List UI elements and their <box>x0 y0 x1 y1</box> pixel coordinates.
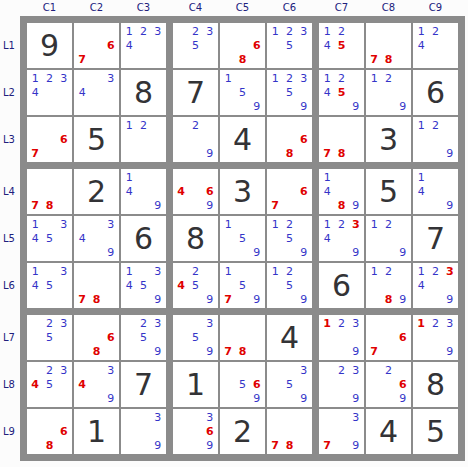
cell-L1C1[interactable]: 9 <box>27 23 72 68</box>
cell-L4C6[interactable]: 67 <box>267 169 312 214</box>
candidate-empty <box>268 118 282 132</box>
candidate-empty <box>334 392 348 406</box>
candidate-empty <box>75 392 89 406</box>
cell-L1C2[interactable]: 67 <box>74 23 119 68</box>
candidate-empty <box>136 38 150 52</box>
cell-L5C3[interactable]: 6 <box>121 216 166 261</box>
cell-L3C8[interactable]: 3 <box>366 117 411 162</box>
candidate-empty <box>188 199 202 213</box>
candidate-empty <box>297 424 311 438</box>
candidate-grid: 67 <box>28 118 71 161</box>
candidate-empty <box>250 217 264 231</box>
candidate-empty <box>349 71 363 85</box>
cell-L9C7[interactable]: 379 <box>319 409 364 454</box>
row-label-L8: L8 <box>0 362 20 407</box>
candidate-empty <box>282 246 296 260</box>
candidate-empty <box>57 100 71 114</box>
candidate-grid: 369 <box>174 410 217 453</box>
cell-L9C5[interactable]: 2 <box>220 409 265 454</box>
cell-L9C9[interactable]: 5 <box>413 409 458 454</box>
row-label-group: L4L5L6 <box>0 169 20 308</box>
candidate-9: 9 <box>104 392 118 406</box>
candidate-7: 7 <box>367 345 381 359</box>
cell-L1C6[interactable]: 1235 <box>267 23 312 68</box>
cell-L7C7[interactable]: 1239 <box>319 315 364 360</box>
cell-L7C9[interactable]: 1239 <box>413 315 458 360</box>
cell-L7C4[interactable]: 359 <box>173 315 218 360</box>
candidate-empty <box>151 38 165 52</box>
candidate-3: 3 <box>104 71 118 85</box>
cell-L9C6[interactable]: 78 <box>267 409 312 454</box>
candidate-empty <box>57 246 71 260</box>
candidate-empty <box>221 377 235 391</box>
cell-L4C9[interactable]: 149 <box>413 169 458 214</box>
candidate-grid: 1259 <box>268 264 311 307</box>
solved-digit: 5 <box>366 169 411 214</box>
candidate-2: 2 <box>282 264 296 278</box>
candidate-1: 1 <box>320 170 334 184</box>
candidate-empty <box>28 170 42 184</box>
candidate-empty <box>268 53 282 67</box>
solved-digit: 6 <box>413 70 458 115</box>
candidate-grid: 2345 <box>28 363 71 406</box>
candidate-empty <box>89 71 103 85</box>
candidate-empty <box>188 147 202 161</box>
candidate-grid: 1489 <box>320 170 363 213</box>
cell-L4C8[interactable]: 5 <box>366 169 411 214</box>
candidate-empty <box>151 278 165 292</box>
candidate-empty <box>28 118 42 132</box>
candidate-empty <box>250 363 264 377</box>
candidate-empty <box>151 118 165 132</box>
candidate-9: 9 <box>151 199 165 213</box>
candidate-empty <box>320 392 334 406</box>
cell-L1C7[interactable]: 1245 <box>319 23 364 68</box>
candidate-5: 5 <box>42 377 56 391</box>
candidate-empty <box>250 231 264 245</box>
solved-digit: 4 <box>366 409 411 454</box>
candidate-9: 9 <box>443 345 457 359</box>
cell-L6C4[interactable]: 2459 <box>173 263 218 308</box>
solved-digit: 5 <box>74 117 119 162</box>
box-6: 148951491234912976128912349 <box>319 169 458 308</box>
candidate-empty <box>443 24 457 38</box>
candidate-empty <box>268 132 282 146</box>
cell-L6C5[interactable]: 1579 <box>220 263 265 308</box>
candidate-empty <box>136 184 150 198</box>
candidate-empty <box>203 170 217 184</box>
candidate-3: 3 <box>57 264 71 278</box>
candidate-empty <box>320 424 334 438</box>
candidate-empty <box>42 184 56 198</box>
cell-L3C3[interactable]: 12 <box>121 117 166 162</box>
candidate-empty <box>320 377 334 391</box>
candidate-empty <box>42 264 56 278</box>
solved-digit: 7 <box>173 70 218 115</box>
cell-L8C7[interactable]: 239 <box>319 362 364 407</box>
candidate-empty <box>188 184 202 198</box>
candidate-empty <box>57 118 71 132</box>
candidate-2: 2 <box>188 24 202 38</box>
candidate-empty <box>396 345 410 359</box>
candidate-5: 5 <box>282 38 296 52</box>
candidate-empty <box>381 377 395 391</box>
candidate-empty <box>28 363 42 377</box>
candidate-empty <box>428 170 442 184</box>
cell-L8C1[interactable]: 2345 <box>27 362 72 407</box>
cell-L8C6[interactable]: 359 <box>267 362 312 407</box>
candidate-empty <box>89 217 103 231</box>
cell-L2C6[interactable]: 12359 <box>267 70 312 115</box>
candidate-empty <box>221 231 235 245</box>
candidate-empty <box>282 363 296 377</box>
candidate-empty <box>235 316 249 330</box>
row-label-L6: L6 <box>0 263 20 308</box>
candidate-9: 9 <box>396 100 410 114</box>
candidate-empty <box>89 231 103 245</box>
candidate-1: 1 <box>221 71 235 85</box>
cell-L2C5[interactable]: 159 <box>220 70 265 115</box>
candidate-empty <box>28 330 42 344</box>
candidate-empty <box>282 424 296 438</box>
candidate-empty <box>203 38 217 52</box>
candidate-empty <box>28 439 42 453</box>
cell-L5C4[interactable]: 8 <box>173 216 218 261</box>
cell-L7C8[interactable]: 67 <box>366 315 411 360</box>
column-label-C7: C7 <box>319 1 364 15</box>
row-label-group: L1L2L3 <box>0 23 20 162</box>
candidate-empty <box>235 246 249 260</box>
candidate-9: 9 <box>297 293 311 307</box>
candidate-empty <box>28 132 42 146</box>
candidate-grid: 129 <box>367 217 410 260</box>
candidate-1: 1 <box>367 264 381 278</box>
candidate-empty <box>42 118 56 132</box>
cell-L5C2[interactable]: 349 <box>74 216 119 261</box>
candidate-empty <box>443 278 457 292</box>
solved-digit: 4 <box>267 315 312 360</box>
cell-L5C8[interactable]: 129 <box>366 216 411 261</box>
cell-L6C7[interactable]: 6 <box>319 263 364 308</box>
candidate-empty <box>151 424 165 438</box>
candidate-5: 5 <box>136 330 150 344</box>
candidate-8: 8 <box>381 293 395 307</box>
candidate-empty <box>320 330 334 344</box>
cell-L1C4[interactable]: 235 <box>173 23 218 68</box>
cell-L8C9[interactable]: 8 <box>413 362 458 407</box>
candidate-empty <box>396 217 410 231</box>
cell-L4C3[interactable]: 149 <box>121 169 166 214</box>
cell-L1C3[interactable]: 1234 <box>121 23 166 68</box>
candidate-empty <box>203 132 217 146</box>
cell-L8C5[interactable]: 569 <box>220 362 265 407</box>
candidate-4: 4 <box>320 184 334 198</box>
candidate-empty <box>349 424 363 438</box>
candidate-empty <box>297 377 311 391</box>
candidate-empty <box>381 38 395 52</box>
candidate-empty <box>235 330 249 344</box>
cell-L5C1[interactable]: 1345 <box>27 216 72 261</box>
candidate-4: 4 <box>28 377 42 391</box>
candidate-empty <box>221 53 235 67</box>
candidate-empty <box>104 278 118 292</box>
candidate-3: 3 <box>203 24 217 38</box>
candidate-empty <box>188 293 202 307</box>
candidate-empty <box>282 392 296 406</box>
candidate-2: 2 <box>188 264 202 278</box>
cell-L3C4[interactable]: 29 <box>173 117 218 162</box>
column-label-group: C1C2C3 <box>27 1 166 15</box>
candidate-empty <box>57 170 71 184</box>
candidate-empty <box>443 132 457 146</box>
candidate-empty <box>250 71 264 85</box>
candidate-grid: 12349 <box>414 264 457 307</box>
cell-L2C1[interactable]: 1234 <box>27 70 72 115</box>
cell-L1C8[interactable]: 78 <box>366 23 411 68</box>
candidate-empty <box>89 100 103 114</box>
candidate-empty <box>75 345 89 359</box>
column-label-C2: C2 <box>74 1 119 15</box>
candidate-empty <box>136 199 150 213</box>
candidate-empty <box>334 118 348 132</box>
candidate-3: 3 <box>349 217 363 231</box>
candidate-9: 9 <box>203 345 217 359</box>
candidate-empty <box>42 147 56 161</box>
candidate-7: 7 <box>28 199 42 213</box>
candidate-empty <box>136 264 150 278</box>
cell-L4C4[interactable]: 469 <box>173 169 218 214</box>
cell-L2C2[interactable]: 34 <box>74 70 119 115</box>
candidate-empty <box>221 100 235 114</box>
candidate-grid: 29 <box>174 118 217 161</box>
cell-L5C7[interactable]: 12349 <box>319 216 364 261</box>
candidate-empty <box>297 264 311 278</box>
candidate-empty <box>381 24 395 38</box>
candidate-5: 5 <box>188 278 202 292</box>
candidate-empty <box>367 231 381 245</box>
candidate-6: 6 <box>57 424 71 438</box>
candidate-1: 1 <box>414 316 428 330</box>
cell-L9C2[interactable]: 1 <box>74 409 119 454</box>
cell-L3C2[interactable]: 5 <box>74 117 119 162</box>
solved-digit: 2 <box>220 409 265 454</box>
cell-L7C5[interactable]: 78 <box>220 315 265 360</box>
cell-L8C3[interactable]: 7 <box>121 362 166 407</box>
candidate-2: 2 <box>381 363 395 377</box>
cell-L2C9[interactable]: 6 <box>413 70 458 115</box>
candidate-empty <box>268 246 282 260</box>
candidate-1: 1 <box>268 24 282 38</box>
candidate-empty <box>349 330 363 344</box>
candidate-9: 9 <box>203 199 217 213</box>
cell-L4C1[interactable]: 78 <box>27 169 72 214</box>
candidate-grid: 2459 <box>174 264 217 307</box>
candidate-empty <box>381 345 395 359</box>
cell-L6C8[interactable]: 1289 <box>366 263 411 308</box>
candidate-9: 9 <box>250 246 264 260</box>
candidate-grid: 68 <box>268 118 311 161</box>
candidate-empty <box>188 316 202 330</box>
candidate-empty <box>89 38 103 52</box>
candidate-2: 2 <box>334 316 348 330</box>
solved-digit: 8 <box>173 216 218 261</box>
candidate-1: 1 <box>414 170 428 184</box>
candidate-empty <box>174 24 188 38</box>
cell-L2C3[interactable]: 8 <box>121 70 166 115</box>
row-label-L5: L5 <box>0 216 20 261</box>
candidate-2: 2 <box>282 24 296 38</box>
candidate-empty <box>136 132 150 146</box>
candidate-grid: 12459 <box>320 71 363 114</box>
candidate-empty <box>428 147 442 161</box>
candidate-empty <box>75 264 89 278</box>
candidate-empty <box>235 363 249 377</box>
candidate-5: 5 <box>42 231 56 245</box>
cell-L8C2[interactable]: 349 <box>74 362 119 407</box>
column-label-C1: C1 <box>27 1 72 15</box>
candidate-empty <box>414 132 428 146</box>
candidate-empty <box>320 118 334 132</box>
candidate-3: 3 <box>151 316 165 330</box>
candidate-4: 4 <box>320 38 334 52</box>
cell-L6C9[interactable]: 12349 <box>413 263 458 308</box>
candidate-empty <box>174 330 188 344</box>
candidate-1: 1 <box>268 264 282 278</box>
candidate-empty <box>268 424 282 438</box>
cell-L8C8[interactable]: 269 <box>366 362 411 407</box>
candidate-4: 4 <box>75 85 89 99</box>
candidate-empty <box>443 170 457 184</box>
cell-L1C5[interactable]: 68 <box>220 23 265 68</box>
cell-L3C9[interactable]: 129 <box>413 117 458 162</box>
candidate-empty <box>297 85 311 99</box>
candidate-empty <box>268 293 282 307</box>
candidate-empty <box>174 345 188 359</box>
candidate-empty <box>42 410 56 424</box>
candidate-grid: 68 <box>221 24 264 67</box>
cell-L7C1[interactable]: 235 <box>27 315 72 360</box>
candidate-8: 8 <box>282 147 296 161</box>
cell-L2C7[interactable]: 12459 <box>319 70 364 115</box>
candidate-empty <box>443 330 457 344</box>
cell-L9C3[interactable]: 39 <box>121 409 166 454</box>
solved-digit: 5 <box>413 409 458 454</box>
candidate-empty <box>381 330 395 344</box>
candidate-empty <box>443 53 457 67</box>
candidate-empty <box>320 246 334 260</box>
candidate-4: 4 <box>414 38 428 52</box>
candidate-empty <box>174 439 188 453</box>
cell-L3C6[interactable]: 68 <box>267 117 312 162</box>
candidate-grid: 129 <box>414 118 457 161</box>
candidate-9: 9 <box>349 199 363 213</box>
candidate-empty <box>174 147 188 161</box>
cell-L3C1[interactable]: 67 <box>27 117 72 162</box>
cell-L4C5[interactable]: 3 <box>220 169 265 214</box>
cell-L7C3[interactable]: 2359 <box>121 315 166 360</box>
cell-L2C8[interactable]: 129 <box>366 70 411 115</box>
cell-L8C4[interactable]: 1 <box>173 362 218 407</box>
candidate-grid: 78 <box>28 170 71 213</box>
candidate-empty <box>349 85 363 99</box>
candidate-empty <box>203 118 217 132</box>
candidate-empty <box>396 24 410 38</box>
cell-L5C5[interactable]: 159 <box>220 216 265 261</box>
candidate-9: 9 <box>250 293 264 307</box>
candidate-6: 6 <box>203 184 217 198</box>
candidate-1: 1 <box>122 118 136 132</box>
candidate-2: 2 <box>381 264 395 278</box>
candidate-empty <box>428 293 442 307</box>
candidate-empty <box>104 345 118 359</box>
candidate-empty <box>104 53 118 67</box>
candidate-empty <box>151 147 165 161</box>
row-label-L1: L1 <box>0 23 20 68</box>
cell-L6C3[interactable]: 13459 <box>121 263 166 308</box>
candidate-1: 1 <box>122 24 136 38</box>
row-label-L4: L4 <box>0 169 20 214</box>
candidate-empty <box>268 363 282 377</box>
candidate-grid: 235 <box>28 316 71 359</box>
candidate-1: 1 <box>268 71 282 85</box>
candidate-8: 8 <box>334 147 348 161</box>
cell-L9C4[interactable]: 369 <box>173 409 218 454</box>
candidate-empty <box>268 85 282 99</box>
candidate-empty <box>334 170 348 184</box>
candidate-grid: 78 <box>268 410 311 453</box>
candidate-empty <box>122 293 136 307</box>
row-label-L3: L3 <box>0 117 20 162</box>
cell-L7C6[interactable]: 4 <box>267 315 312 360</box>
cell-L2C4[interactable]: 7 <box>173 70 218 115</box>
cell-L6C6[interactable]: 1259 <box>267 263 312 308</box>
candidate-empty <box>89 246 103 260</box>
candidate-empty <box>428 38 442 52</box>
box-4: 7821491345349613457813459 <box>27 169 166 308</box>
candidate-grid: 1234 <box>28 71 71 114</box>
cell-L6C1[interactable]: 1345 <box>27 263 72 308</box>
candidate-empty <box>221 330 235 344</box>
cell-L7C2[interactable]: 68 <box>74 315 119 360</box>
candidate-3: 3 <box>297 363 311 377</box>
candidate-grid: 39 <box>122 410 165 453</box>
candidate-empty <box>297 217 311 231</box>
candidate-6: 6 <box>104 330 118 344</box>
candidate-empty <box>188 345 202 359</box>
cell-L3C5[interactable]: 4 <box>220 117 265 162</box>
candidate-empty <box>297 170 311 184</box>
cell-L9C1[interactable]: 68 <box>27 409 72 454</box>
cell-L4C2[interactable]: 2 <box>74 169 119 214</box>
candidate-1: 1 <box>320 24 334 38</box>
cell-L5C6[interactable]: 1259 <box>267 216 312 261</box>
candidate-2: 2 <box>334 363 348 377</box>
candidate-8: 8 <box>42 439 56 453</box>
candidate-grid: 359 <box>268 363 311 406</box>
cell-L3C7[interactable]: 78 <box>319 117 364 162</box>
cell-L9C8[interactable]: 4 <box>366 409 411 454</box>
cell-L6C2[interactable]: 78 <box>74 263 119 308</box>
candidate-empty <box>75 330 89 344</box>
candidate-empty <box>396 316 410 330</box>
cell-L4C7[interactable]: 1489 <box>319 169 364 214</box>
candidate-1: 1 <box>28 217 42 231</box>
candidate-9: 9 <box>349 100 363 114</box>
cell-L1C9[interactable]: 124 <box>413 23 458 68</box>
candidate-empty <box>268 410 282 424</box>
candidate-empty <box>28 410 42 424</box>
cell-L5C9[interactable]: 7 <box>413 216 458 261</box>
